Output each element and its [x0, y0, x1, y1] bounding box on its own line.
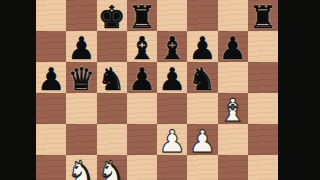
square-c7 [97, 31, 127, 62]
video-frame: ♚♜♜♟♝♝♟♟♟♛♞♟♟♞♝♟♟♞♞♟♟♟♛♝♟♚♜♜ [0, 0, 320, 180]
square-b4 [66, 124, 96, 155]
square-g8 [218, 0, 248, 31]
square-g7: ♟ [218, 31, 248, 62]
square-e6: ♟ [157, 62, 187, 93]
square-g4 [218, 124, 248, 155]
square-d8: ♜ [127, 0, 157, 31]
square-h5 [248, 93, 278, 124]
black-rook-d8: ♜ [128, 2, 156, 33]
square-f7: ♟ [187, 31, 217, 62]
square-d5 [127, 93, 157, 124]
square-a7 [36, 31, 66, 62]
square-f8 [187, 0, 217, 31]
white-pawn-f4: ♟ [188, 126, 216, 157]
square-c4 [97, 124, 127, 155]
square-b3: ♞ [66, 155, 96, 180]
square-b8 [66, 0, 96, 31]
black-knight-c6: ♞ [98, 64, 126, 95]
square-e5 [157, 93, 187, 124]
square-e8 [157, 0, 187, 31]
black-pawn-e6: ♟ [158, 64, 186, 95]
square-f4: ♟ [187, 124, 217, 155]
square-a8 [36, 0, 66, 31]
square-d4 [127, 124, 157, 155]
square-f6: ♞ [187, 62, 217, 93]
square-e3 [157, 155, 187, 180]
square-a5 [36, 93, 66, 124]
square-d7: ♝ [127, 31, 157, 62]
square-a4 [36, 124, 66, 155]
square-h3 [248, 155, 278, 180]
black-rook-h8: ♜ [249, 2, 277, 33]
square-h8: ♜ [248, 0, 278, 31]
square-g6 [218, 62, 248, 93]
square-c3: ♞ [97, 155, 127, 180]
black-pawn-a6: ♟ [37, 64, 65, 95]
black-knight-f6: ♞ [188, 64, 216, 95]
white-bishop-g5: ♝ [219, 95, 247, 126]
white-pawn-e4: ♟ [158, 126, 186, 157]
chess-board: ♚♜♜♟♝♝♟♟♟♛♞♟♟♞♝♟♟♞♞♟♟♟♛♝♟♚♜♜ [36, 0, 278, 180]
square-b6: ♛ [66, 62, 96, 93]
black-bishop-e7: ♝ [158, 33, 186, 64]
square-h6 [248, 62, 278, 93]
square-b5 [66, 93, 96, 124]
square-c5 [97, 93, 127, 124]
square-f3 [187, 155, 217, 180]
square-g3 [218, 155, 248, 180]
square-f5 [187, 93, 217, 124]
letterbox-right [278, 0, 320, 180]
square-e7: ♝ [157, 31, 187, 62]
black-pawn-f7: ♟ [188, 33, 216, 64]
black-pawn-b7: ♟ [67, 33, 95, 64]
square-d3 [127, 155, 157, 180]
square-c8: ♚ [97, 0, 127, 31]
black-bishop-d7: ♝ [128, 33, 156, 64]
square-c6: ♞ [97, 62, 127, 93]
letterbox-left [0, 0, 36, 180]
black-king-c8: ♚ [98, 2, 126, 33]
square-b7: ♟ [66, 31, 96, 62]
white-knight-b3: ♞ [67, 157, 95, 180]
black-pawn-g7: ♟ [219, 33, 247, 64]
square-a6: ♟ [36, 62, 66, 93]
black-pawn-d6: ♟ [128, 64, 156, 95]
square-g5: ♝ [218, 93, 248, 124]
square-d6: ♟ [127, 62, 157, 93]
white-knight-c3: ♞ [98, 157, 126, 180]
black-queen-b6: ♛ [67, 64, 95, 95]
square-h4 [248, 124, 278, 155]
square-h7 [248, 31, 278, 62]
square-e4: ♟ [157, 124, 187, 155]
square-a3 [36, 155, 66, 180]
